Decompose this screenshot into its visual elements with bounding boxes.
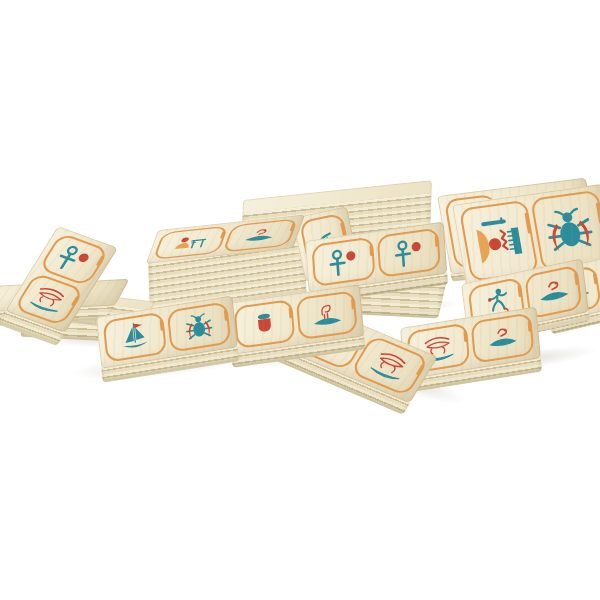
- eye-boat-icon: [21, 278, 77, 320]
- cartouche: [233, 299, 295, 349]
- cartouche: [377, 227, 441, 278]
- altar-offering-icon: [160, 229, 221, 256]
- offering-icon: [466, 207, 531, 274]
- cartouche: [530, 190, 600, 272]
- cartouche: [296, 290, 358, 340]
- sailboat-icon: [109, 317, 161, 357]
- cartouche: [102, 311, 167, 362]
- scarab-icon: [173, 307, 225, 347]
- vase-icon: [240, 304, 290, 343]
- bird-boat-icon: [302, 296, 352, 335]
- scarab-icon: [538, 197, 600, 264]
- cartouche: [153, 226, 229, 260]
- ankh-sun-icon: [383, 233, 435, 273]
- cartouche: [311, 237, 375, 288]
- crescent-bird-icon: [477, 318, 528, 358]
- crescent-bird-icon: [530, 270, 576, 313]
- cartouche: [167, 301, 232, 352]
- cartouche: [222, 218, 298, 252]
- cartouche: [471, 312, 535, 363]
- product-photo-hieroglyph-dominoes: [0, 0, 600, 600]
- eye-boat-icon: [358, 341, 422, 390]
- crescent-bird-icon: [230, 222, 291, 249]
- ankh-sun-icon: [46, 238, 102, 280]
- ankh-sun-icon: [318, 242, 370, 282]
